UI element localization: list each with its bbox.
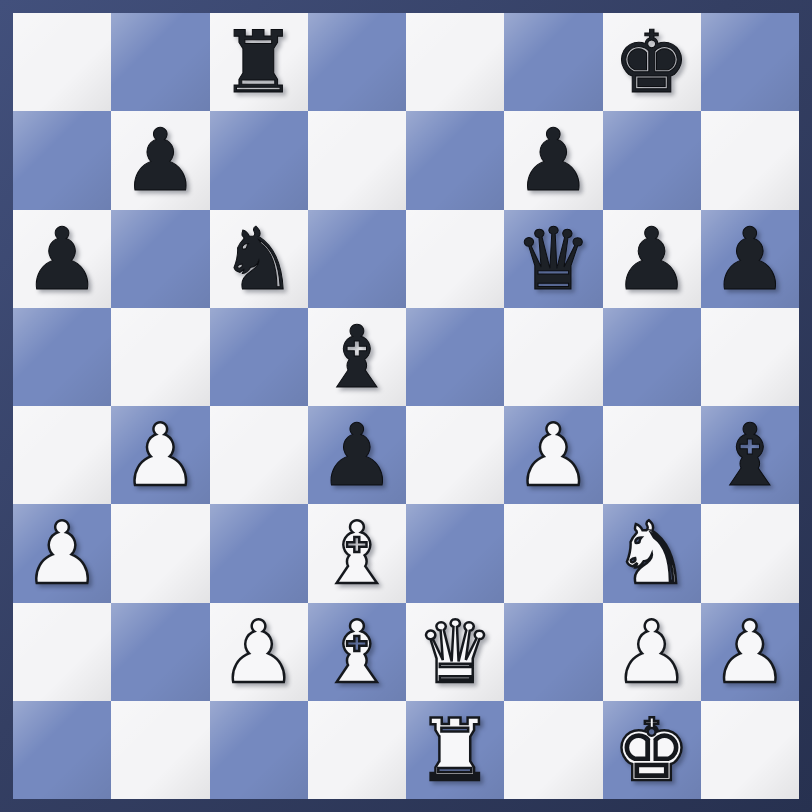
square-a3[interactable]: ♟︎ [13,504,111,602]
square-f7[interactable]: ♟︎ [504,111,602,209]
square-c7[interactable] [210,111,308,209]
square-f5[interactable] [504,308,602,406]
square-g6[interactable]: ♟︎ [603,210,701,308]
piece-white-pawn[interactable]: ♟︎ [24,510,101,596]
square-e4[interactable] [406,406,504,504]
square-a6[interactable]: ♟︎ [13,210,111,308]
square-h3[interactable] [701,504,799,602]
square-d6[interactable] [308,210,406,308]
square-a8[interactable] [13,13,111,111]
piece-white-pawn[interactable]: ♟︎ [711,609,788,695]
square-f3[interactable] [504,504,602,602]
square-h4[interactable]: ♝︎ [701,406,799,504]
piece-white-pawn[interactable]: ♟︎ [220,609,297,695]
piece-white-bishop[interactable]: ♝︎ [318,609,395,695]
chess-board-frame: ♜︎♚︎♟︎♟︎♟︎♞︎♛︎♟︎♟︎♝︎♟︎♟︎♟︎♝︎♟︎♝︎♞︎♟︎♝︎♛︎… [0,0,812,812]
square-c4[interactable] [210,406,308,504]
square-d1[interactable] [308,701,406,799]
piece-black-pawn[interactable]: ♟︎ [24,216,101,302]
piece-black-king[interactable]: ♚︎ [613,19,690,105]
square-a2[interactable] [13,603,111,701]
square-b5[interactable] [111,308,209,406]
square-f6[interactable]: ♛︎ [504,210,602,308]
square-h7[interactable] [701,111,799,209]
square-g4[interactable] [603,406,701,504]
square-h6[interactable]: ♟︎ [701,210,799,308]
square-e8[interactable] [406,13,504,111]
square-c1[interactable] [210,701,308,799]
square-e5[interactable] [406,308,504,406]
square-d2[interactable]: ♝︎ [308,603,406,701]
square-h1[interactable] [701,701,799,799]
square-f8[interactable] [504,13,602,111]
square-a4[interactable] [13,406,111,504]
square-g1[interactable]: ♚︎ [603,701,701,799]
square-d5[interactable]: ♝︎ [308,308,406,406]
square-c3[interactable] [210,504,308,602]
square-d8[interactable] [308,13,406,111]
piece-white-bishop[interactable]: ♝︎ [318,510,395,596]
square-d4[interactable]: ♟︎ [308,406,406,504]
square-a7[interactable] [13,111,111,209]
square-g8[interactable]: ♚︎ [603,13,701,111]
square-g2[interactable]: ♟︎ [603,603,701,701]
square-e1[interactable]: ♜︎ [406,701,504,799]
square-b4[interactable]: ♟︎ [111,406,209,504]
square-c5[interactable] [210,308,308,406]
piece-white-queen[interactable]: ♛︎ [417,609,494,695]
square-b1[interactable] [111,701,209,799]
piece-white-pawn[interactable]: ♟︎ [613,609,690,695]
square-e6[interactable] [406,210,504,308]
piece-black-rook[interactable]: ♜︎ [220,19,297,105]
piece-white-pawn[interactable]: ♟︎ [122,412,199,498]
square-b3[interactable] [111,504,209,602]
piece-black-queen[interactable]: ♛︎ [515,216,592,302]
square-d3[interactable]: ♝︎ [308,504,406,602]
square-h5[interactable] [701,308,799,406]
piece-black-bishop[interactable]: ♝︎ [318,314,395,400]
piece-black-pawn[interactable]: ♟︎ [318,412,395,498]
square-h2[interactable]: ♟︎ [701,603,799,701]
square-e2[interactable]: ♛︎ [406,603,504,701]
square-b7[interactable]: ♟︎ [111,111,209,209]
square-f2[interactable] [504,603,602,701]
square-a5[interactable] [13,308,111,406]
piece-black-pawn[interactable]: ♟︎ [515,117,592,203]
square-c6[interactable]: ♞︎ [210,210,308,308]
square-e7[interactable] [406,111,504,209]
square-e3[interactable] [406,504,504,602]
square-g3[interactable]: ♞︎ [603,504,701,602]
square-c2[interactable]: ♟︎ [210,603,308,701]
square-h8[interactable] [701,13,799,111]
piece-black-pawn[interactable]: ♟︎ [122,117,199,203]
chess-board: ♜︎♚︎♟︎♟︎♟︎♞︎♛︎♟︎♟︎♝︎♟︎♟︎♟︎♝︎♟︎♝︎♞︎♟︎♝︎♛︎… [13,13,799,799]
piece-black-knight[interactable]: ♞︎ [220,216,297,302]
piece-white-knight[interactable]: ♞︎ [613,510,690,596]
square-g5[interactable] [603,308,701,406]
piece-white-rook[interactable]: ♜︎ [417,707,494,793]
piece-black-pawn[interactable]: ♟︎ [711,216,788,302]
piece-black-pawn[interactable]: ♟︎ [613,216,690,302]
piece-white-pawn[interactable]: ♟︎ [515,412,592,498]
square-f4[interactable]: ♟︎ [504,406,602,504]
square-b2[interactable] [111,603,209,701]
square-f1[interactable] [504,701,602,799]
square-g7[interactable] [603,111,701,209]
square-b6[interactable] [111,210,209,308]
piece-white-king[interactable]: ♚︎ [613,707,690,793]
square-d7[interactable] [308,111,406,209]
square-a1[interactable] [13,701,111,799]
square-c8[interactable]: ♜︎ [210,13,308,111]
square-b8[interactable] [111,13,209,111]
piece-black-bishop[interactable]: ♝︎ [711,412,788,498]
